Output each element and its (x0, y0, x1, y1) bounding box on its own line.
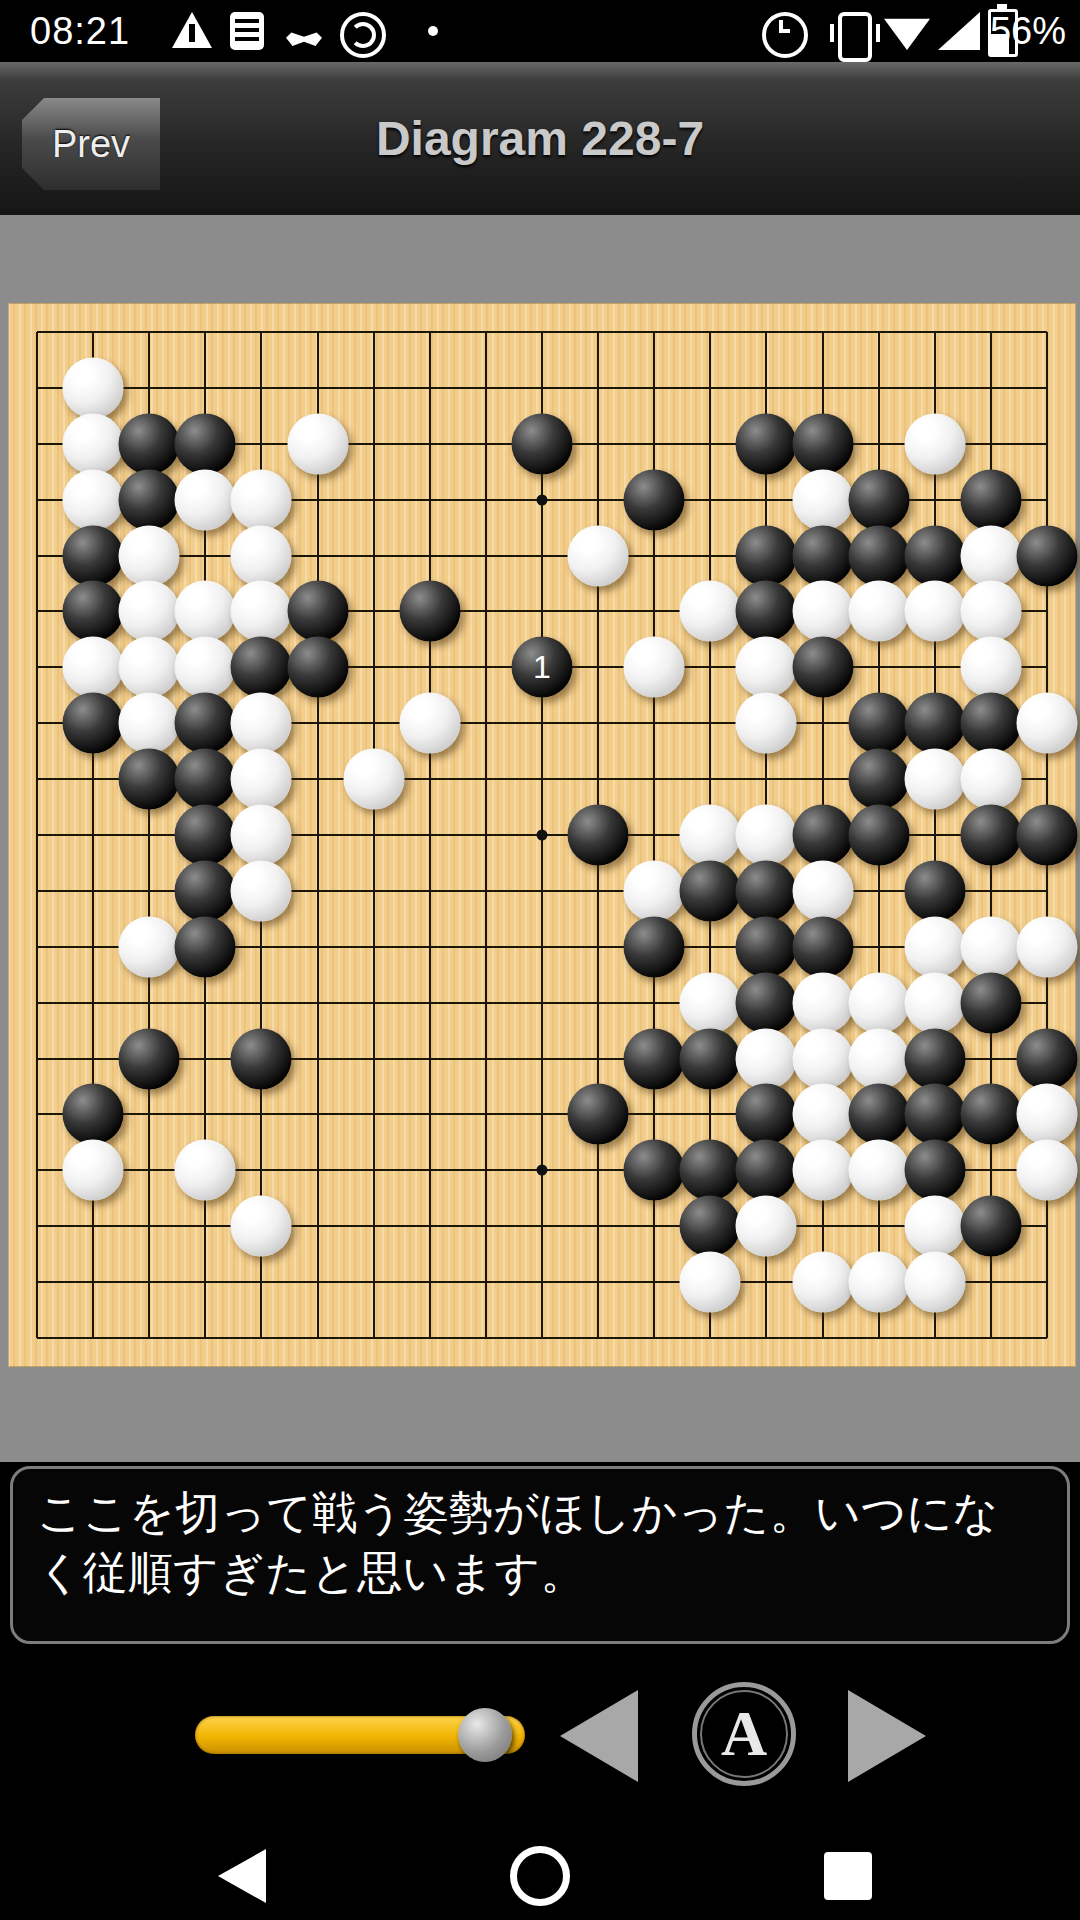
white-stone (287, 413, 348, 474)
slider-knob[interactable] (458, 1708, 512, 1762)
playback-controls: A (0, 1646, 1080, 1832)
black-stone (848, 525, 909, 586)
white-stone (680, 972, 741, 1033)
white-stone (568, 525, 629, 586)
white-stone (792, 1084, 853, 1145)
prev-move-button[interactable] (560, 1690, 638, 1782)
white-stone (848, 1140, 909, 1201)
black-stone (904, 1084, 965, 1145)
black-stone (960, 693, 1021, 754)
clock-time: 08:21 (30, 10, 130, 53)
black-stone (63, 525, 124, 586)
white-stone (960, 581, 1021, 642)
black-stone (848, 469, 909, 530)
home-icon[interactable] (510, 1846, 570, 1906)
white-stone (792, 1252, 853, 1313)
black-stone (624, 916, 685, 977)
star-point (537, 1165, 548, 1176)
white-stone (231, 860, 292, 921)
white-stone (848, 972, 909, 1033)
black-stone (175, 916, 236, 977)
white-stone (119, 525, 180, 586)
black-stone (680, 1140, 741, 1201)
back-icon[interactable] (218, 1849, 266, 1903)
white-stone (736, 637, 797, 698)
black-stone (399, 581, 460, 642)
missed-call-icon: × (286, 18, 322, 54)
signal-icon (938, 12, 980, 50)
black-stone (63, 581, 124, 642)
page-title: Diagram 228-7 (0, 62, 1080, 215)
black-stone (792, 525, 853, 586)
black-stone (119, 469, 180, 530)
black-stone (624, 1028, 685, 1089)
white-stone (736, 1196, 797, 1257)
white-stone (904, 972, 965, 1033)
white-stone (63, 1140, 124, 1201)
white-stone (119, 637, 180, 698)
white-stone (904, 1252, 965, 1313)
commentary-box: ここを切って戦う姿勢がほしかった。いつにな く従順すぎたと思います。 (10, 1466, 1070, 1644)
android-nav-bar (0, 1832, 1080, 1920)
commentary-text: ここを切って戦う姿勢がほしかった。いつにな く従順すぎたと思います。 (37, 1483, 1043, 1603)
white-stone (231, 581, 292, 642)
white-stone (904, 581, 965, 642)
black-stone (792, 637, 853, 698)
white-stone (792, 860, 853, 921)
white-stone (736, 693, 797, 754)
black-stone (736, 581, 797, 642)
black-stone (904, 525, 965, 586)
white-stone (624, 860, 685, 921)
white-stone (119, 581, 180, 642)
grid-line (37, 1337, 1047, 1339)
black-stone (624, 1140, 685, 1201)
warning-icon (172, 12, 212, 48)
black-stone (175, 413, 236, 474)
black-stone (792, 805, 853, 866)
white-stone (736, 805, 797, 866)
progress-slider[interactable] (195, 1716, 525, 1754)
black-stone (736, 860, 797, 921)
black-stone (119, 413, 180, 474)
black-stone (287, 581, 348, 642)
white-stone (848, 581, 909, 642)
recents-icon[interactable] (824, 1852, 872, 1900)
white-stone (904, 413, 965, 474)
black-stone (792, 413, 853, 474)
white-stone (231, 749, 292, 810)
white-stone (231, 469, 292, 530)
battery-percent: 56% (990, 10, 1066, 53)
black-stone (736, 916, 797, 977)
star-point (537, 494, 548, 505)
next-move-button[interactable] (848, 1690, 926, 1782)
black-stone (680, 860, 741, 921)
black-stone (231, 1028, 292, 1089)
white-stone (63, 413, 124, 474)
black-stone (680, 1196, 741, 1257)
white-stone (904, 916, 965, 977)
prev-diagram-button[interactable]: Prev (22, 98, 160, 190)
grid-line (37, 1225, 1047, 1227)
prev-button-label: Prev (52, 123, 130, 166)
white-stone (175, 469, 236, 530)
white-stone (231, 1196, 292, 1257)
white-stone (680, 581, 741, 642)
black-stone (512, 413, 573, 474)
black-stone (231, 637, 292, 698)
black-stone (736, 1084, 797, 1145)
black-stone (960, 972, 1021, 1033)
white-stone (63, 469, 124, 530)
white-stone (175, 581, 236, 642)
white-stone (175, 637, 236, 698)
white-stone (175, 1140, 236, 1201)
black-stone (904, 1028, 965, 1089)
black-stone (736, 413, 797, 474)
black-stone (568, 1084, 629, 1145)
notification-dot (428, 26, 438, 36)
black-stone (63, 1084, 124, 1145)
white-stone (1017, 1140, 1078, 1201)
black-stone (904, 860, 965, 921)
white-stone (624, 637, 685, 698)
black-stone (960, 1084, 1021, 1145)
white-stone (960, 525, 1021, 586)
black-stone (1017, 525, 1078, 586)
alarm-icon (762, 12, 808, 58)
white-stone (343, 749, 404, 810)
fingerprint-icon (340, 12, 386, 58)
white-stone (848, 1028, 909, 1089)
black-stone (848, 749, 909, 810)
white-stone (119, 916, 180, 977)
white-stone (792, 972, 853, 1033)
black-stone (175, 749, 236, 810)
white-stone (231, 805, 292, 866)
black-stone (1017, 1028, 1078, 1089)
white-stone (792, 581, 853, 642)
annotation-button[interactable]: A (692, 1682, 796, 1786)
white-stone (848, 1252, 909, 1313)
white-stone (960, 749, 1021, 810)
white-stone (904, 749, 965, 810)
wifi-icon (884, 12, 930, 50)
white-stone (231, 693, 292, 754)
white-stone (1017, 693, 1078, 754)
star-point (537, 830, 548, 841)
white-stone (63, 357, 124, 418)
black-stone (792, 916, 853, 977)
black-stone (119, 749, 180, 810)
black-stone: 1 (512, 637, 573, 698)
white-stone (960, 916, 1021, 977)
black-stone (175, 805, 236, 866)
status-bar: 08:21 × 56% (0, 0, 1080, 62)
vibrate-icon (838, 12, 872, 62)
sim-toolkit-icon (230, 12, 264, 50)
annotation-button-ring (700, 1690, 788, 1778)
black-stone (175, 860, 236, 921)
black-stone (736, 525, 797, 586)
white-stone (792, 469, 853, 530)
go-board[interactable]: 1 (8, 303, 1076, 1367)
white-stone (736, 1028, 797, 1089)
black-stone (904, 693, 965, 754)
black-stone (736, 972, 797, 1033)
white-stone (399, 693, 460, 754)
white-stone (680, 805, 741, 866)
black-stone (960, 1196, 1021, 1257)
white-stone (231, 525, 292, 586)
white-stone (680, 1252, 741, 1313)
black-stone (63, 693, 124, 754)
black-stone (848, 1084, 909, 1145)
white-stone (960, 637, 1021, 698)
title-bar: Diagram 228-7 Prev (0, 62, 1080, 217)
app-background: 1 (0, 215, 1080, 1462)
black-stone (848, 805, 909, 866)
white-stone (792, 1140, 853, 1201)
black-stone (960, 469, 1021, 530)
white-stone (63, 637, 124, 698)
black-stone (175, 693, 236, 754)
move-number-label: 1 (512, 637, 573, 698)
white-stone (904, 1196, 965, 1257)
black-stone (119, 1028, 180, 1089)
black-stone (960, 805, 1021, 866)
black-stone (1017, 805, 1078, 866)
phone-screen: 08:21 × 56% Diagram 228-7 Prev 1 ここを切って戦… (0, 0, 1080, 1920)
black-stone (624, 469, 685, 530)
black-stone (287, 637, 348, 698)
white-stone (1017, 1084, 1078, 1145)
black-stone (680, 1028, 741, 1089)
black-stone (568, 805, 629, 866)
black-stone (736, 1140, 797, 1201)
white-stone (1017, 916, 1078, 977)
white-stone (792, 1028, 853, 1089)
black-stone (848, 693, 909, 754)
white-stone (119, 693, 180, 754)
black-stone (904, 1140, 965, 1201)
